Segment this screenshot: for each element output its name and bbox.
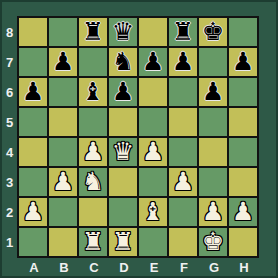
square-h8[interactable] — [229, 18, 257, 46]
square-a4[interactable] — [19, 138, 47, 166]
file-label-c: C — [79, 260, 109, 276]
square-e1[interactable] — [139, 228, 167, 256]
square-g1[interactable]: ♚ — [199, 228, 227, 256]
black-king-icon[interactable]: ♚ — [202, 18, 224, 46]
rank-label-8: 8 — [2, 18, 17, 48]
square-d5[interactable] — [109, 108, 137, 136]
square-f6[interactable] — [169, 78, 197, 106]
file-label-h: H — [229, 260, 259, 276]
white-rook-icon[interactable]: ♜ — [82, 228, 104, 256]
black-queen-icon[interactable]: ♛ — [112, 18, 134, 46]
black-rook-icon[interactable]: ♜ — [172, 18, 194, 46]
square-d4[interactable]: ♛ — [109, 138, 137, 166]
white-pawn-icon[interactable]: ♟ — [82, 138, 104, 166]
white-queen-icon[interactable]: ♛ — [112, 138, 134, 166]
square-h2[interactable]: ♟ — [229, 198, 257, 226]
square-d6[interactable]: ♟ — [109, 78, 137, 106]
square-d7[interactable]: ♞ — [109, 48, 137, 76]
square-g4[interactable] — [199, 138, 227, 166]
square-a7[interactable] — [19, 48, 47, 76]
black-pawn-icon[interactable]: ♟ — [52, 48, 74, 76]
white-pawn-icon[interactable]: ♟ — [52, 168, 74, 196]
square-b6[interactable] — [49, 78, 77, 106]
white-pawn-icon[interactable]: ♟ — [22, 198, 44, 226]
square-a3[interactable] — [19, 168, 47, 196]
square-a2[interactable]: ♟ — [19, 198, 47, 226]
square-a8[interactable] — [19, 18, 47, 46]
white-knight-icon[interactable]: ♞ — [82, 168, 104, 196]
square-g8[interactable]: ♚ — [199, 18, 227, 46]
rank-label-4: 4 — [2, 138, 17, 168]
rank-label-2: 2 — [2, 198, 17, 228]
square-g2[interactable]: ♟ — [199, 198, 227, 226]
white-rook-icon[interactable]: ♜ — [112, 228, 134, 256]
square-e8[interactable] — [139, 18, 167, 46]
square-a6[interactable]: ♟ — [19, 78, 47, 106]
white-pawn-icon[interactable]: ♟ — [232, 198, 254, 226]
square-h3[interactable] — [229, 168, 257, 196]
square-g3[interactable] — [199, 168, 227, 196]
square-c6[interactable]: ♝ — [79, 78, 107, 106]
square-f3[interactable]: ♟ — [169, 168, 197, 196]
square-b3[interactable]: ♟ — [49, 168, 77, 196]
square-e5[interactable] — [139, 108, 167, 136]
file-labels: A B C D E F G H — [19, 260, 259, 276]
square-e6[interactable] — [139, 78, 167, 106]
rank-labels: 8 7 6 5 4 3 2 1 — [2, 18, 17, 258]
square-h6[interactable] — [229, 78, 257, 106]
square-b1[interactable] — [49, 228, 77, 256]
square-d3[interactable] — [109, 168, 137, 196]
rank-label-5: 5 — [2, 108, 17, 138]
square-b5[interactable] — [49, 108, 77, 136]
black-pawn-icon[interactable]: ♟ — [202, 78, 224, 106]
black-pawn-icon[interactable]: ♟ — [232, 48, 254, 76]
square-b8[interactable] — [49, 18, 77, 46]
white-king-icon[interactable]: ♚ — [202, 228, 224, 256]
rank-label-7: 7 — [2, 48, 17, 78]
chess-board-frame: 8 7 6 5 4 3 2 1 ♜♛♜♚♟♞♟♟♟♟♝♟♟♟♛♟♟♞♟♟♝♟♟♜… — [0, 0, 278, 278]
square-c4[interactable]: ♟ — [79, 138, 107, 166]
square-b7[interactable]: ♟ — [49, 48, 77, 76]
square-e2[interactable]: ♝ — [139, 198, 167, 226]
square-g6[interactable]: ♟ — [199, 78, 227, 106]
black-pawn-icon[interactable]: ♟ — [22, 78, 44, 106]
file-label-f: F — [169, 260, 199, 276]
square-h7[interactable]: ♟ — [229, 48, 257, 76]
square-c5[interactable] — [79, 108, 107, 136]
square-g7[interactable] — [199, 48, 227, 76]
chess-board: ♜♛♜♚♟♞♟♟♟♟♝♟♟♟♛♟♟♞♟♟♝♟♟♜♜♚ — [17, 16, 259, 258]
white-pawn-icon[interactable]: ♟ — [172, 168, 194, 196]
square-f8[interactable]: ♜ — [169, 18, 197, 46]
white-pawn-icon[interactable]: ♟ — [142, 138, 164, 166]
white-bishop-icon[interactable]: ♝ — [142, 198, 164, 226]
file-label-g: G — [199, 260, 229, 276]
square-c1[interactable]: ♜ — [79, 228, 107, 256]
square-f2[interactable] — [169, 198, 197, 226]
black-pawn-icon[interactable]: ♟ — [112, 78, 134, 106]
rank-label-6: 6 — [2, 78, 17, 108]
square-h5[interactable] — [229, 108, 257, 136]
square-f5[interactable] — [169, 108, 197, 136]
square-c3[interactable]: ♞ — [79, 168, 107, 196]
square-f4[interactable] — [169, 138, 197, 166]
white-pawn-icon[interactable]: ♟ — [202, 198, 224, 226]
black-rook-icon[interactable]: ♜ — [82, 18, 104, 46]
square-c2[interactable] — [79, 198, 107, 226]
rank-label-1: 1 — [2, 228, 17, 258]
black-pawn-icon[interactable]: ♟ — [142, 48, 164, 76]
square-b4[interactable] — [49, 138, 77, 166]
square-c8[interactable]: ♜ — [79, 18, 107, 46]
square-f1[interactable] — [169, 228, 197, 256]
file-label-b: B — [49, 260, 79, 276]
file-label-d: D — [109, 260, 139, 276]
square-e4[interactable]: ♟ — [139, 138, 167, 166]
black-knight-icon[interactable]: ♞ — [112, 48, 134, 76]
square-d8[interactable]: ♛ — [109, 18, 137, 46]
square-d2[interactable] — [109, 198, 137, 226]
file-label-a: A — [19, 260, 49, 276]
square-c7[interactable] — [79, 48, 107, 76]
square-b2[interactable] — [49, 198, 77, 226]
black-bishop-icon[interactable]: ♝ — [82, 78, 104, 106]
square-d1[interactable]: ♜ — [109, 228, 137, 256]
square-a5[interactable] — [19, 108, 47, 136]
square-h1[interactable] — [229, 228, 257, 256]
square-e3[interactable] — [139, 168, 167, 196]
square-f7[interactable]: ♟ — [169, 48, 197, 76]
black-pawn-icon[interactable]: ♟ — [172, 48, 194, 76]
rank-label-3: 3 — [2, 168, 17, 198]
square-g5[interactable] — [199, 108, 227, 136]
square-h4[interactable] — [229, 138, 257, 166]
square-e7[interactable]: ♟ — [139, 48, 167, 76]
file-label-e: E — [139, 260, 169, 276]
square-a1[interactable] — [19, 228, 47, 256]
